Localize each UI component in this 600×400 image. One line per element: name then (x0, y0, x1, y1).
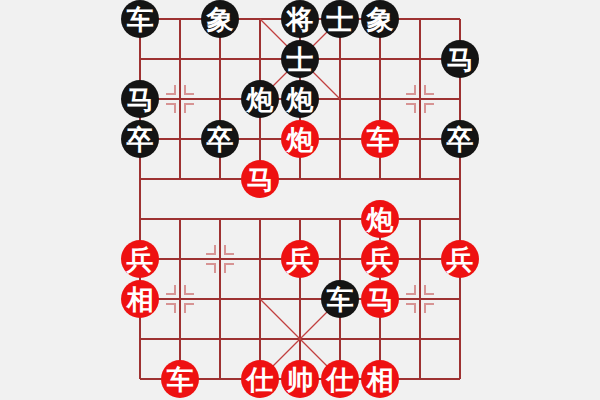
board-point: 象 (200, 0, 240, 39)
black-soldier-piece[interactable]: 卒 (441, 120, 479, 158)
red-horse-piece[interactable]: 马 (361, 280, 399, 318)
black-general-piece[interactable]: 将 (281, 0, 319, 38)
black-chariot-piece[interactable]: 车 (321, 280, 359, 318)
board-point: 炮 (240, 79, 280, 119)
board-point: 象 (360, 0, 400, 39)
red-soldier-piece[interactable]: 兵 (361, 240, 399, 278)
board-point: 兵 (280, 239, 320, 279)
board-point: 马 (120, 79, 160, 119)
black-cannon-piece[interactable]: 炮 (241, 80, 279, 118)
board-point: 仕 (240, 359, 280, 399)
red-soldier-piece[interactable]: 兵 (441, 240, 479, 278)
red-advisor-piece[interactable]: 仕 (241, 360, 279, 398)
black-cannon-piece[interactable]: 炮 (281, 80, 319, 118)
black-horse-piece[interactable]: 马 (121, 80, 159, 118)
board-point: 卒 (200, 119, 240, 159)
board-point: 相 (120, 279, 160, 319)
red-chariot-piece[interactable]: 车 (361, 120, 399, 158)
board-point: 马 (360, 279, 400, 319)
board-point: 士 (320, 0, 360, 39)
red-horse-piece[interactable]: 马 (241, 160, 279, 198)
board-point: 帅 (280, 359, 320, 399)
red-elephant-piece[interactable]: 相 (121, 280, 159, 318)
board-point: 车 (320, 279, 360, 319)
black-elephant-piece[interactable]: 象 (201, 0, 239, 38)
board-point: 士 (280, 39, 320, 79)
black-elephant-piece[interactable]: 象 (361, 0, 399, 38)
board-point: 车 (120, 0, 160, 39)
xiangqi-board: 车象将士象士马马炮炮卒卒炮车卒马炮兵兵兵兵相车马车仕帅仕相 (0, 0, 600, 400)
board-point: 马 (240, 159, 280, 199)
black-horse-piece[interactable]: 马 (441, 40, 479, 78)
black-advisor-piece[interactable]: 士 (321, 0, 359, 38)
board-point: 车 (160, 359, 200, 399)
board-point: 卒 (120, 119, 160, 159)
board-point: 车 (360, 119, 400, 159)
red-cannon-piece[interactable]: 炮 (281, 120, 319, 158)
red-elephant-piece[interactable]: 相 (361, 360, 399, 398)
board-point: 将 (280, 0, 320, 39)
board-point: 兵 (360, 239, 400, 279)
red-cannon-piece[interactable]: 炮 (361, 200, 399, 238)
board-point: 卒 (440, 119, 480, 159)
red-advisor-piece[interactable]: 仕 (321, 360, 359, 398)
black-soldier-piece[interactable]: 卒 (121, 120, 159, 158)
red-soldier-piece[interactable]: 兵 (281, 240, 319, 278)
black-chariot-piece[interactable]: 车 (121, 0, 159, 38)
board-point: 炮 (280, 79, 320, 119)
board-point: 炮 (360, 199, 400, 239)
board-point: 仕 (320, 359, 360, 399)
board-point: 炮 (280, 119, 320, 159)
board-point: 马 (440, 39, 480, 79)
board-point: 相 (360, 359, 400, 399)
black-soldier-piece[interactable]: 卒 (201, 120, 239, 158)
red-general-piece[interactable]: 帅 (281, 360, 319, 398)
black-advisor-piece[interactable]: 士 (281, 40, 319, 78)
board-point: 兵 (120, 239, 160, 279)
red-soldier-piece[interactable]: 兵 (121, 240, 159, 278)
board-point: 兵 (440, 239, 480, 279)
red-chariot-piece[interactable]: 车 (161, 360, 199, 398)
piece-layer: 车象将士象士马马炮炮卒卒炮车卒马炮兵兵兵兵相车马车仕帅仕相 (120, 0, 480, 399)
